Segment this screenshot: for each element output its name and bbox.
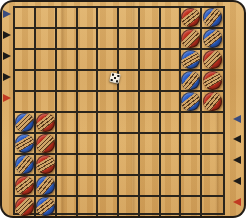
cell-r3c7[interactable] [140,50,161,71]
cell-r5c1[interactable] [15,92,36,113]
cell-r2c8[interactable] [161,29,182,50]
disc-ridge-band [15,155,34,174]
cell-r5c3[interactable] [57,92,78,113]
cell-r1c2[interactable] [36,8,57,29]
cell-r6c3[interactable] [57,113,78,134]
cell-r10c2[interactable] [36,197,57,216]
cell-r2c9[interactable] [181,29,202,50]
cell-r9c9[interactable] [181,176,202,197]
disc-ridge-band [181,8,200,27]
cell-r6c5[interactable] [98,113,119,134]
cell-r6c4[interactable] [78,113,99,134]
cell-r6c1[interactable] [15,113,36,134]
disc-ridge-band [15,197,34,216]
cell-r2c4[interactable] [78,29,99,50]
cell-r2c7[interactable] [140,29,161,50]
cell-r5c5[interactable] [98,92,119,113]
cell-r9c7[interactable] [140,176,161,197]
disc-ridge-band [203,92,222,111]
row-arrow-black-right-side [233,135,241,143]
blue-disc[interactable] [36,176,55,195]
cell-r7c9[interactable] [181,134,202,155]
cell-r3c1[interactable] [15,50,36,71]
cell-r9c2[interactable] [36,176,57,197]
cell-r1c8[interactable] [161,8,182,29]
cell-r2c10[interactable] [202,29,223,50]
cell-r3c4[interactable] [78,50,99,71]
blue-disc[interactable] [181,92,200,111]
cell-r7c3[interactable] [57,134,78,155]
row-arrow-blue-right-side [233,115,241,123]
cell-r1c7[interactable] [140,8,161,29]
cell-r4c8[interactable] [161,71,182,92]
cell-r3c2[interactable] [36,50,57,71]
cell-r3c3[interactable] [57,50,78,71]
cell-r10c1[interactable] [15,197,36,216]
red-disc[interactable] [181,29,200,48]
cell-r8c10[interactable] [202,155,223,176]
cell-r4c6[interactable] [119,71,140,92]
cell-r7c10[interactable] [202,134,223,155]
cell-r8c2[interactable] [36,155,57,176]
cell-r8c7[interactable] [140,155,161,176]
cell-r3c10[interactable] [202,50,223,71]
cell-r5c7[interactable] [140,92,161,113]
disc-ridge-band [36,113,55,132]
cell-r7c4[interactable] [78,134,99,155]
cell-r7c6[interactable] [119,134,140,155]
red-disc[interactable] [15,176,34,195]
row-arrow-black-left-side [3,31,11,39]
cell-r8c8[interactable] [161,155,182,176]
cell-r4c10[interactable] [202,71,223,92]
blue-disc[interactable] [181,50,200,69]
cell-r5c2[interactable] [36,92,57,113]
cell-r6c10[interactable] [202,113,223,134]
disc-ridge-band [36,197,55,216]
row-arrow-black-right-side [233,177,241,185]
disc-ridge-band [203,71,222,90]
red-disc[interactable] [36,155,55,174]
cell-r9c6[interactable] [119,176,140,197]
cell-r10c5[interactable] [98,197,119,216]
screenshot [0,0,246,218]
disc-ridge-band [36,155,55,174]
cell-r9c4[interactable] [78,176,99,197]
cell-r8c5[interactable] [98,155,119,176]
cell-r2c6[interactable] [119,29,140,50]
cell-r1c6[interactable] [119,8,140,29]
red-disc[interactable] [15,197,34,216]
disc-ridge-band [36,176,55,195]
blue-disc[interactable] [15,113,34,132]
blue-disc[interactable] [36,197,55,216]
cell-r1c1[interactable] [15,8,36,29]
cell-r5c9[interactable] [181,92,202,113]
red-disc[interactable] [203,71,222,90]
blue-disc[interactable] [181,71,200,90]
disc-ridge-band [15,176,34,195]
cell-r4c1[interactable] [15,71,36,92]
cell-r9c8[interactable] [161,176,182,197]
red-disc[interactable] [181,8,200,27]
cell-r5c8[interactable] [161,92,182,113]
cell-r8c3[interactable] [57,155,78,176]
blue-disc[interactable] [15,155,34,174]
cell-r5c6[interactable] [119,92,140,113]
cell-r10c8[interactable] [161,197,182,216]
cell-r8c9[interactable] [181,155,202,176]
row-arrow-black-left-side [3,52,11,60]
row-arrow-black-left-side [3,73,11,81]
disc-ridge-band [203,50,222,69]
row-arrow-blue-left-side [3,10,11,18]
cell-r7c5[interactable] [98,134,119,155]
cell-r1c10[interactable] [202,8,223,29]
cell-r6c6[interactable] [119,113,140,134]
cell-r10c9[interactable] [181,197,202,216]
cell-r5c10[interactable] [202,92,223,113]
cell-r8c6[interactable] [119,155,140,176]
cell-r4c9[interactable] [181,71,202,92]
cell-r6c8[interactable] [161,113,182,134]
cell-r4c4[interactable] [78,71,99,92]
cell-r10c7[interactable] [140,197,161,216]
cell-r6c2[interactable] [36,113,57,134]
cell-r10c10[interactable] [202,197,223,216]
cell-r10c4[interactable] [78,197,99,216]
cell-r6c7[interactable] [140,113,161,134]
cell-r1c4[interactable] [78,8,99,29]
cell-r4c3[interactable] [57,71,78,92]
cell-r7c2[interactable] [36,134,57,155]
cell-r2c1[interactable] [15,29,36,50]
cell-r1c3[interactable] [57,8,78,29]
disc-ridge-band [203,8,222,27]
red-disc[interactable] [203,92,222,111]
disc-ridge-band [15,134,34,153]
cell-r1c5[interactable] [98,8,119,29]
cell-r10c3[interactable] [57,197,78,216]
row-arrow-red-left-side [3,94,11,102]
cell-r3c9[interactable] [181,50,202,71]
cell-r10c6[interactable] [119,197,140,216]
disc-ridge-band [36,134,55,153]
cell-r2c2[interactable] [36,29,57,50]
cell-r3c5[interactable] [98,50,119,71]
disc-ridge-band [181,92,200,111]
cell-r3c6[interactable] [119,50,140,71]
cell-r4c2[interactable] [36,71,57,92]
cell-r7c8[interactable] [161,134,182,155]
cell-r2c5[interactable] [98,29,119,50]
row-arrow-black-right-side [233,156,241,164]
cell-r5c4[interactable] [78,92,99,113]
red-disc[interactable] [36,113,55,132]
blue-disc[interactable] [203,29,222,48]
row-arrow-red-right-side [233,198,241,206]
disc-ridge-band [181,71,200,90]
cell-r3c8[interactable] [161,50,182,71]
game-board [0,0,246,218]
cell-r4c7[interactable] [140,71,161,92]
cell-r8c4[interactable] [78,155,99,176]
red-disc[interactable] [36,134,55,153]
cell-r6c9[interactable] [181,113,202,134]
disc-ridge-band [203,29,222,48]
cell-r8c1[interactable] [15,155,36,176]
red-disc[interactable] [203,50,222,69]
disc-ridge-band [15,113,34,132]
cell-r9c3[interactable] [57,176,78,197]
disc-ridge-band [181,29,200,48]
cell-r2c3[interactable] [57,29,78,50]
cell-r7c7[interactable] [140,134,161,155]
cell-r9c1[interactable] [15,176,36,197]
disc-ridge-band [181,50,200,69]
cell-r9c5[interactable] [98,176,119,197]
blue-disc[interactable] [203,8,222,27]
cell-r7c1[interactable] [15,134,36,155]
cell-r9c10[interactable] [202,176,223,197]
cell-r1c9[interactable] [181,8,202,29]
blue-disc[interactable] [15,134,34,153]
board-grid [13,6,225,215]
